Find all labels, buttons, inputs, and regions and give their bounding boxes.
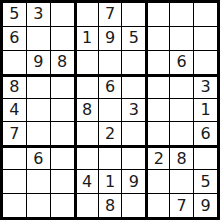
cell-r4c8[interactable] [170,75,193,98]
cell-r9c9: 9 [194,194,217,217]
cell-r2c1: 6 [3,27,26,50]
cell-r6c4[interactable] [75,122,98,145]
cell-r6c8[interactable] [170,122,193,145]
cell-r6c5: 2 [99,122,122,145]
cell-r3c9[interactable] [194,51,217,74]
cell-r8c3[interactable] [51,170,74,193]
cell-r4c7[interactable] [146,75,169,98]
cell-r4c3[interactable] [51,75,74,98]
cell-r8c5: 1 [99,170,122,193]
cell-r7c4[interactable] [75,146,98,169]
cell-r5c4: 8 [75,99,98,122]
cell-r1c1: 5 [3,3,26,26]
cell-r8c4: 4 [75,170,98,193]
cell-r2c4: 1 [75,27,98,50]
cell-r9c7[interactable] [146,194,169,217]
cell-r9c8: 7 [170,194,193,217]
cell-r3c8: 6 [170,51,193,74]
cell-r3c3: 8 [51,51,74,74]
cell-r7c7: 2 [146,146,169,169]
cell-r4c9: 3 [194,75,217,98]
cell-r1c6[interactable] [122,3,145,26]
cell-r3c1[interactable] [3,51,26,74]
cell-r2c5: 9 [99,27,122,50]
cell-r7c1[interactable] [3,146,26,169]
cell-r5c7[interactable] [146,99,169,122]
cell-r1c4[interactable] [75,3,98,26]
cell-r9c6[interactable] [122,194,145,217]
cell-r6c2[interactable] [27,122,50,145]
cell-r3c6[interactable] [122,51,145,74]
cell-r9c5: 8 [99,194,122,217]
cell-r2c7[interactable] [146,27,169,50]
cell-r1c8[interactable] [170,3,193,26]
cell-r5c5[interactable] [99,99,122,122]
cell-r2c2[interactable] [27,27,50,50]
cell-r8c9: 5 [194,170,217,193]
cell-r3c7[interactable] [146,51,169,74]
cell-r7c5[interactable] [99,146,122,169]
cell-r6c6[interactable] [122,122,145,145]
cell-r5c1: 4 [3,99,26,122]
cell-r5c6: 3 [122,99,145,122]
cell-r7c2: 6 [27,146,50,169]
sudoku-board: 537619598686348317266284195879 [0,0,220,220]
cell-r6c3[interactable] [51,122,74,145]
cell-r1c9[interactable] [194,3,217,26]
cell-r2c6: 5 [122,27,145,50]
cell-r8c7[interactable] [146,170,169,193]
cell-r7c6[interactable] [122,146,145,169]
cell-r4c1: 8 [3,75,26,98]
cell-r4c6[interactable] [122,75,145,98]
cell-r9c2[interactable] [27,194,50,217]
cell-r3c5[interactable] [99,51,122,74]
cell-r1c3[interactable] [51,3,74,26]
cell-r6c9: 6 [194,122,217,145]
cell-r1c5: 7 [99,3,122,26]
cell-r2c3[interactable] [51,27,74,50]
cell-r4c5: 6 [99,75,122,98]
cell-r8c8[interactable] [170,170,193,193]
cell-r7c9[interactable] [194,146,217,169]
cell-r3c2: 9 [27,51,50,74]
cell-r7c8: 8 [170,146,193,169]
cell-r5c2[interactable] [27,99,50,122]
cell-r8c6: 9 [122,170,145,193]
cell-r8c1[interactable] [3,170,26,193]
cell-r6c1: 7 [3,122,26,145]
cell-r8c2[interactable] [27,170,50,193]
cell-r5c8[interactable] [170,99,193,122]
cell-r4c2[interactable] [27,75,50,98]
cell-r2c8[interactable] [170,27,193,50]
cell-r6c7[interactable] [146,122,169,145]
cell-r5c3[interactable] [51,99,74,122]
cell-r9c1[interactable] [3,194,26,217]
cell-r5c9: 1 [194,99,217,122]
cell-r9c4[interactable] [75,194,98,217]
cell-r9c3[interactable] [51,194,74,217]
cell-r1c2: 3 [27,3,50,26]
cell-r2c9[interactable] [194,27,217,50]
cell-r4c4[interactable] [75,75,98,98]
cell-r7c3[interactable] [51,146,74,169]
cell-r1c7[interactable] [146,3,169,26]
cell-r3c4[interactable] [75,51,98,74]
